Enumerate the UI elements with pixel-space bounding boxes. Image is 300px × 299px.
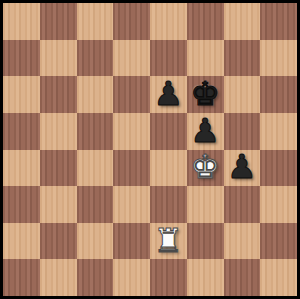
square-c8[interactable] [77, 3, 114, 40]
square-d4[interactable] [113, 150, 150, 187]
chess-board: ♟♚♟♚♟♜ [3, 3, 297, 296]
square-h2[interactable] [260, 223, 297, 260]
square-f8[interactable] [187, 3, 224, 40]
square-h4[interactable] [260, 150, 297, 187]
square-c3[interactable] [77, 186, 114, 223]
square-e2[interactable]: ♜ [150, 223, 187, 260]
square-e4[interactable] [150, 150, 187, 187]
square-h7[interactable] [260, 40, 297, 77]
square-b7[interactable] [40, 40, 77, 77]
square-a1[interactable] [3, 259, 40, 296]
square-a8[interactable] [3, 3, 40, 40]
square-b4[interactable] [40, 150, 77, 187]
square-d2[interactable] [113, 223, 150, 260]
piece-white-rook-e2[interactable]: ♜ [154, 224, 184, 257]
square-d7[interactable] [113, 40, 150, 77]
square-a6[interactable] [3, 76, 40, 113]
square-d1[interactable] [113, 259, 150, 296]
square-b5[interactable] [40, 113, 77, 150]
square-f6[interactable]: ♚ [187, 76, 224, 113]
chess-board-frame: ♟♚♟♚♟♜ [0, 0, 300, 299]
square-b8[interactable] [40, 3, 77, 40]
square-b2[interactable] [40, 223, 77, 260]
square-h1[interactable] [260, 259, 297, 296]
square-a2[interactable] [3, 223, 40, 260]
square-e7[interactable] [150, 40, 187, 77]
square-f4[interactable]: ♚ [187, 150, 224, 187]
square-a7[interactable] [3, 40, 40, 77]
square-h6[interactable] [260, 76, 297, 113]
piece-white-king-f4[interactable]: ♚ [190, 150, 220, 183]
square-g4[interactable]: ♟ [224, 150, 261, 187]
square-d6[interactable] [113, 76, 150, 113]
square-h5[interactable] [260, 113, 297, 150]
square-a4[interactable] [3, 150, 40, 187]
piece-black-pawn-f5[interactable]: ♟ [190, 114, 220, 147]
square-e6[interactable]: ♟ [150, 76, 187, 113]
square-b6[interactable] [40, 76, 77, 113]
square-c1[interactable] [77, 259, 114, 296]
square-c7[interactable] [77, 40, 114, 77]
square-b1[interactable] [40, 259, 77, 296]
square-c6[interactable] [77, 76, 114, 113]
piece-black-pawn-e6[interactable]: ♟ [154, 77, 184, 110]
square-f1[interactable] [187, 259, 224, 296]
square-g1[interactable] [224, 259, 261, 296]
square-h3[interactable] [260, 186, 297, 223]
square-g7[interactable] [224, 40, 261, 77]
square-a5[interactable] [3, 113, 40, 150]
square-g6[interactable] [224, 76, 261, 113]
square-c2[interactable] [77, 223, 114, 260]
square-d8[interactable] [113, 3, 150, 40]
square-h8[interactable] [260, 3, 297, 40]
square-f7[interactable] [187, 40, 224, 77]
square-f3[interactable] [187, 186, 224, 223]
square-f2[interactable] [187, 223, 224, 260]
square-e8[interactable] [150, 3, 187, 40]
square-g3[interactable] [224, 186, 261, 223]
square-g2[interactable] [224, 223, 261, 260]
square-c5[interactable] [77, 113, 114, 150]
square-g5[interactable] [224, 113, 261, 150]
square-f5[interactable]: ♟ [187, 113, 224, 150]
square-e5[interactable] [150, 113, 187, 150]
square-d3[interactable] [113, 186, 150, 223]
square-a3[interactable] [3, 186, 40, 223]
square-e1[interactable] [150, 259, 187, 296]
square-e3[interactable] [150, 186, 187, 223]
square-g8[interactable] [224, 3, 261, 40]
square-d5[interactable] [113, 113, 150, 150]
piece-black-king-f6[interactable]: ♚ [190, 77, 220, 110]
square-b3[interactable] [40, 186, 77, 223]
piece-black-pawn-g4[interactable]: ♟ [227, 150, 257, 183]
square-c4[interactable] [77, 150, 114, 187]
